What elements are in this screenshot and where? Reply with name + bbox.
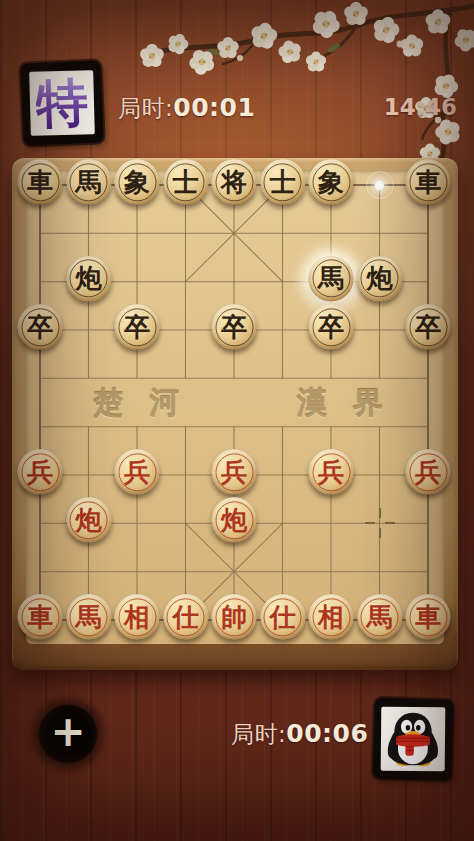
piece-black-horse[interactable]: 馬 [66,159,111,204]
piece-black-soldier[interactable]: 卒 [406,304,451,349]
piece-character: 馬 [76,169,102,195]
piece-black-chariot[interactable]: 車 [18,159,63,204]
piece-red-chariot[interactable]: 車 [406,594,451,639]
piece-red-advisor[interactable]: 仕 [163,594,208,639]
piece-character: 炮 [76,266,102,292]
piece-red-soldier[interactable]: 兵 [309,449,354,494]
piece-red-cannon[interactable]: 炮 [66,498,111,543]
blossom-branch-decoration [94,0,474,165]
piece-character: 車 [27,169,53,195]
piece-red-soldier[interactable]: 兵 [212,449,257,494]
piece-character: 仕 [270,604,296,630]
piece-black-soldier[interactable]: 卒 [18,304,63,349]
piece-character: 相 [318,604,344,630]
piece-red-horse[interactable]: 馬 [357,594,402,639]
rank-badge-paper: 特 [29,70,95,136]
river-label-right: 漢界 [250,383,430,424]
piece-black-horse[interactable]: 馬 [309,256,354,301]
piece-character: 馬 [318,266,344,292]
piece-character: 相 [124,604,150,630]
piece-character: 卒 [221,314,247,340]
piece-character: 兵 [27,459,53,485]
piece-black-chariot[interactable]: 車 [406,159,451,204]
piece-black-cannon[interactable]: 炮 [357,256,402,301]
piece-red-chariot[interactable]: 車 [18,594,63,639]
piece-red-cannon[interactable]: 炮 [212,498,257,543]
piece-red-soldier[interactable]: 兵 [115,449,160,494]
piece-character: 士 [270,169,296,195]
piece-character: 帥 [221,604,247,630]
piece-black-general[interactable]: 将 [212,159,257,204]
piece-black-elephant[interactable]: 象 [309,159,354,204]
piece-red-soldier[interactable]: 兵 [18,449,63,494]
piece-red-elephant[interactable]: 相 [115,594,160,639]
piece-character: 卒 [124,314,150,340]
xiangqi-game-screen: 特 局时:00:01 14:46 楚河 漢界 車馬象士将士象車炮馬炮卒卒卒卒卒兵… [0,0,474,841]
piece-red-general[interactable]: 帥 [212,594,257,639]
black-timer-label: 局时: [118,95,173,121]
red-timer-value: 00:06 [286,719,368,748]
river-label-left: 楚河 [46,383,226,424]
piece-character: 炮 [367,266,393,292]
xiangqi-board[interactable]: 楚河 漢界 車馬象士将士象車炮馬炮卒卒卒卒卒兵兵兵兵兵炮炮車馬相仕帥仕相馬車 [12,158,458,670]
piece-character: 士 [173,169,199,195]
piece-character: 象 [124,169,150,195]
piece-black-soldier[interactable]: 卒 [115,304,160,349]
piece-character: 将 [221,169,247,195]
last-move-from-marker [366,171,394,199]
piece-black-elephant[interactable]: 象 [115,159,160,204]
plus-icon: + [50,711,85,753]
piece-character: 仕 [173,604,199,630]
piece-character: 車 [415,169,441,195]
piece-red-advisor[interactable]: 仕 [260,594,305,639]
piece-character: 炮 [221,507,247,533]
board-surface[interactable]: 楚河 漢界 車馬象士将士象車炮馬炮卒卒卒卒卒兵兵兵兵兵炮炮車馬相仕帥仕相馬車 [26,170,444,644]
piece-character: 卒 [415,314,441,340]
piece-red-elephant[interactable]: 相 [309,594,354,639]
player-rank-badge: 特 [20,60,104,145]
red-timer-label: 局时: [231,721,286,747]
system-clock: 14:46 [384,94,457,120]
piece-character: 兵 [415,459,441,485]
qq-penguin-icon [383,709,444,770]
piece-character: 車 [415,604,441,630]
piece-red-soldier[interactable]: 兵 [406,449,451,494]
piece-black-advisor[interactable]: 士 [163,159,208,204]
piece-red-horse[interactable]: 馬 [66,594,111,639]
piece-character: 卒 [27,314,53,340]
piece-black-advisor[interactable]: 士 [260,159,305,204]
piece-character: 兵 [124,459,150,485]
black-game-timer: 局时:00:01 [118,93,255,124]
black-timer-value: 00:01 [173,93,255,122]
piece-character: 炮 [76,507,102,533]
add-plus-button[interactable]: + [38,704,98,764]
piece-black-soldier[interactable]: 卒 [309,304,354,349]
piece-character: 象 [318,169,344,195]
rank-badge-character: 特 [35,76,88,129]
red-game-timer: 局时:00:06 [231,719,368,750]
piece-black-cannon[interactable]: 炮 [66,256,111,301]
piece-character: 卒 [318,314,344,340]
piece-character: 馬 [367,604,393,630]
piece-character: 車 [27,604,53,630]
cannon-point-cross-marker [365,508,395,538]
qq-penguin-avatar[interactable] [373,698,453,780]
piece-character: 馬 [76,604,102,630]
piece-black-soldier[interactable]: 卒 [212,304,257,349]
piece-character: 兵 [318,459,344,485]
piece-character: 兵 [221,459,247,485]
avatar-paper [381,707,446,772]
